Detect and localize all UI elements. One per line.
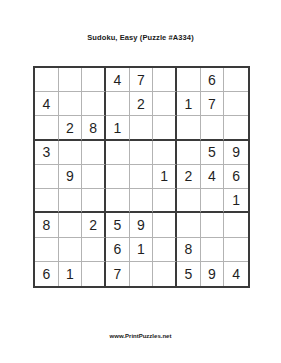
cell-r7c5: 9: [130, 213, 154, 237]
cell-r3c6: [153, 116, 177, 140]
cell-r1c3: [82, 68, 106, 92]
cell-r3c3: 8: [82, 116, 106, 140]
cell-r5c4: [106, 165, 130, 189]
cell-r9c4: 7: [106, 262, 130, 286]
cell-r5c6: 1: [153, 165, 177, 189]
cell-r6c6: [153, 189, 177, 213]
cell-r8c5: 1: [130, 238, 154, 262]
cell-r6c1: [35, 189, 59, 213]
cell-r2c2: [59, 92, 83, 116]
cell-r5c2: 9: [59, 165, 83, 189]
cell-r4c3: [82, 141, 106, 165]
cell-r2c8: 7: [201, 92, 225, 116]
cell-r2c7: 1: [177, 92, 201, 116]
cell-r4c4: [106, 141, 130, 165]
cell-r5c9: 6: [224, 165, 248, 189]
cell-r5c5: [130, 165, 154, 189]
cell-r3c2: 2: [59, 116, 83, 140]
cell-r1c4: 4: [106, 68, 130, 92]
cell-r4c7: [177, 141, 201, 165]
cell-r8c4: 6: [106, 238, 130, 262]
cell-r8c8: [201, 238, 225, 262]
cell-r9c2: 1: [59, 262, 83, 286]
cell-r3c4: 1: [106, 116, 130, 140]
printable-sudoku-page: Sudoku, Easy (Puzzle #A334) 476421728135…: [0, 0, 281, 363]
cell-r9c7: 5: [177, 262, 201, 286]
cell-r1c8: 6: [201, 68, 225, 92]
cell-r7c7: [177, 213, 201, 237]
cell-r6c8: [201, 189, 225, 213]
cell-r5c1: [35, 165, 59, 189]
sudoku-grid: 47642172813599124618259618617594: [33, 66, 250, 288]
cell-r8c1: [35, 238, 59, 262]
cell-r2c4: [106, 92, 130, 116]
cell-r9c3: [82, 262, 106, 286]
cell-r9c5: [130, 262, 154, 286]
cell-r1c9: [224, 68, 248, 92]
cell-r6c7: [177, 189, 201, 213]
cell-r2c1: 4: [35, 92, 59, 116]
cell-r5c3: [82, 165, 106, 189]
cell-r4c2: [59, 141, 83, 165]
cell-r4c9: 9: [224, 141, 248, 165]
cell-r1c1: [35, 68, 59, 92]
cell-r2c9: [224, 92, 248, 116]
cell-r7c2: [59, 213, 83, 237]
cell-r7c1: 8: [35, 213, 59, 237]
cell-r5c7: 2: [177, 165, 201, 189]
cell-r2c5: 2: [130, 92, 154, 116]
cell-r7c6: [153, 213, 177, 237]
cell-r4c6: [153, 141, 177, 165]
cell-r9c9: 4: [224, 262, 248, 286]
cell-r1c2: [59, 68, 83, 92]
footer-url: www.PrintPuzzles.net: [0, 333, 281, 339]
cell-r3c7: [177, 116, 201, 140]
cell-r1c5: 7: [130, 68, 154, 92]
cell-r7c3: 2: [82, 213, 106, 237]
cell-r3c8: [201, 116, 225, 140]
cell-r9c6: [153, 262, 177, 286]
cell-r6c9: 1: [224, 189, 248, 213]
cell-r7c4: 5: [106, 213, 130, 237]
cell-r8c3: [82, 238, 106, 262]
cell-r1c7: [177, 68, 201, 92]
cell-r9c1: 6: [35, 262, 59, 286]
cell-r6c5: [130, 189, 154, 213]
cell-r3c5: [130, 116, 154, 140]
cell-r8c9: [224, 238, 248, 262]
cell-r2c6: [153, 92, 177, 116]
cell-r7c8: [201, 213, 225, 237]
cell-r6c2: [59, 189, 83, 213]
cell-r6c3: [82, 189, 106, 213]
cell-r7c9: [224, 213, 248, 237]
cell-r2c3: [82, 92, 106, 116]
cell-r4c1: 3: [35, 141, 59, 165]
cell-r9c8: 9: [201, 262, 225, 286]
cell-r8c6: [153, 238, 177, 262]
cell-r6c4: [106, 189, 130, 213]
page-title: Sudoku, Easy (Puzzle #A334): [0, 33, 281, 42]
cell-r3c9: [224, 116, 248, 140]
cell-r1c6: [153, 68, 177, 92]
cell-r3c1: [35, 116, 59, 140]
cell-r8c7: 8: [177, 238, 201, 262]
cell-r4c5: [130, 141, 154, 165]
cell-r4c8: 5: [201, 141, 225, 165]
cell-r5c8: 4: [201, 165, 225, 189]
cell-r8c2: [59, 238, 83, 262]
